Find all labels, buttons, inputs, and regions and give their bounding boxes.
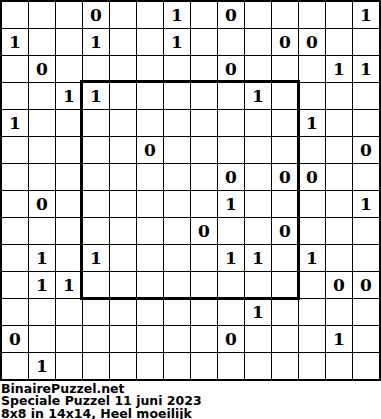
cell-r7c10[interactable] bbox=[245, 164, 271, 190]
cell-r7c5[interactable] bbox=[110, 164, 136, 190]
cell-r11c7[interactable] bbox=[164, 272, 190, 298]
cell-r2c4: 1 bbox=[83, 29, 109, 55]
cell-r6c13[interactable] bbox=[326, 137, 352, 163]
cell-r13c11[interactable] bbox=[272, 326, 298, 352]
cell-r9c3[interactable] bbox=[56, 218, 82, 244]
cell-r10c12: 1 bbox=[299, 245, 325, 271]
cell-r9c8: 0 bbox=[191, 218, 217, 244]
cell-r12c2[interactable] bbox=[29, 299, 55, 325]
cell-r11c11[interactable] bbox=[272, 272, 298, 298]
cell-r5c10[interactable] bbox=[245, 110, 271, 136]
cell-r14c14[interactable] bbox=[353, 353, 379, 379]
cell-r12c6[interactable] bbox=[137, 299, 163, 325]
cell-r11c9[interactable] bbox=[218, 272, 244, 298]
cell-r12c1[interactable] bbox=[2, 299, 28, 325]
cell-r7c14[interactable] bbox=[353, 164, 379, 190]
cell-r6c6: 0 bbox=[137, 137, 163, 163]
cell-r14c9[interactable] bbox=[218, 353, 244, 379]
cell-r9c12[interactable] bbox=[299, 218, 325, 244]
cell-r7c9: 0 bbox=[218, 164, 244, 190]
cell-r12c8[interactable] bbox=[191, 299, 217, 325]
cell-r13c12[interactable] bbox=[299, 326, 325, 352]
cell-r11c2: 1 bbox=[29, 272, 55, 298]
cell-r9c4[interactable] bbox=[83, 218, 109, 244]
cell-r11c6[interactable] bbox=[137, 272, 163, 298]
cell-r1c4: 0 bbox=[83, 2, 109, 28]
cell-r8c11[interactable] bbox=[272, 191, 298, 217]
cell-r4c5[interactable] bbox=[110, 83, 136, 109]
cell-r2c10[interactable] bbox=[245, 29, 271, 55]
cell-r5c7[interactable] bbox=[164, 110, 190, 136]
cell-r10c8[interactable] bbox=[191, 245, 217, 271]
cell-r8c7[interactable] bbox=[164, 191, 190, 217]
cell-r3c8[interactable] bbox=[191, 56, 217, 82]
puzzle-page: 0101111000011111110000001100111111100100… bbox=[0, 0, 381, 419]
cell-r2c3[interactable] bbox=[56, 29, 82, 55]
cell-r11c8[interactable] bbox=[191, 272, 217, 298]
cell-r1c11[interactable] bbox=[272, 2, 298, 28]
cell-r2c14[interactable] bbox=[353, 29, 379, 55]
cell-r8c3[interactable] bbox=[56, 191, 82, 217]
cell-r2c12: 0 bbox=[299, 29, 325, 55]
cell-r6c12[interactable] bbox=[299, 137, 325, 163]
cell-r12c7[interactable] bbox=[164, 299, 190, 325]
cell-r1c12[interactable] bbox=[299, 2, 325, 28]
cell-r10c4: 1 bbox=[83, 245, 109, 271]
cell-r13c14[interactable] bbox=[353, 326, 379, 352]
cell-r1c2[interactable] bbox=[29, 2, 55, 28]
cell-r7c7[interactable] bbox=[164, 164, 190, 190]
cell-r8c12[interactable] bbox=[299, 191, 325, 217]
cell-r4c9[interactable] bbox=[218, 83, 244, 109]
cell-r5c5[interactable] bbox=[110, 110, 136, 136]
cell-r9c10[interactable] bbox=[245, 218, 271, 244]
cell-r7c4[interactable] bbox=[83, 164, 109, 190]
cell-r8c8[interactable] bbox=[191, 191, 217, 217]
cell-r8c14: 1 bbox=[353, 191, 379, 217]
cell-r1c9: 0 bbox=[218, 2, 244, 28]
cell-r3c6[interactable] bbox=[137, 56, 163, 82]
cell-r5c2[interactable] bbox=[29, 110, 55, 136]
puzzle-board: 0101111000011111110000001100111111100100… bbox=[0, 0, 381, 381]
cell-r9c14[interactable] bbox=[353, 218, 379, 244]
cell-r11c3: 1 bbox=[56, 272, 82, 298]
cell-r1c7: 1 bbox=[164, 2, 190, 28]
cell-r4c12[interactable] bbox=[299, 83, 325, 109]
cell-r13c8[interactable] bbox=[191, 326, 217, 352]
cell-r6c7[interactable] bbox=[164, 137, 190, 163]
cell-r5c4[interactable] bbox=[83, 110, 109, 136]
cell-r3c1[interactable] bbox=[2, 56, 28, 82]
cell-r1c1[interactable] bbox=[2, 2, 28, 28]
cell-r11c5[interactable] bbox=[110, 272, 136, 298]
cell-r14c10[interactable] bbox=[245, 353, 271, 379]
cell-r13c9: 0 bbox=[218, 326, 244, 352]
cell-r11c4[interactable] bbox=[83, 272, 109, 298]
cell-r6c3[interactable] bbox=[56, 137, 82, 163]
cell-r7c12: 0 bbox=[299, 164, 325, 190]
cell-r6c5[interactable] bbox=[110, 137, 136, 163]
cell-r6c2[interactable] bbox=[29, 137, 55, 163]
cell-r6c10[interactable] bbox=[245, 137, 271, 163]
cell-r6c8[interactable] bbox=[191, 137, 217, 163]
cell-r1c6[interactable] bbox=[137, 2, 163, 28]
cell-r14c5[interactable] bbox=[110, 353, 136, 379]
cell-r5c14[interactable] bbox=[353, 110, 379, 136]
puzzle-info: 8x8 in 14x14, Heel moeilijk bbox=[1, 408, 381, 419]
cell-r12c14[interactable] bbox=[353, 299, 379, 325]
cell-r12c4[interactable] bbox=[83, 299, 109, 325]
cell-r2c9[interactable] bbox=[218, 29, 244, 55]
cell-r2c5[interactable] bbox=[110, 29, 136, 55]
cell-r5c9[interactable] bbox=[218, 110, 244, 136]
cell-r7c1[interactable] bbox=[2, 164, 28, 190]
cell-r1c13[interactable] bbox=[326, 2, 352, 28]
cell-r10c13[interactable] bbox=[326, 245, 352, 271]
cell-r1c8[interactable] bbox=[191, 2, 217, 28]
cell-r8c10[interactable] bbox=[245, 191, 271, 217]
cell-r8c1[interactable] bbox=[2, 191, 28, 217]
cell-r8c4[interactable] bbox=[83, 191, 109, 217]
footer-caption: BinairePuzzel.net Speciale Puzzel 11 jun… bbox=[0, 381, 381, 419]
cell-r10c11[interactable] bbox=[272, 245, 298, 271]
cell-r4c7[interactable] bbox=[164, 83, 190, 109]
cell-r14c2: 1 bbox=[29, 353, 55, 379]
cell-r1c10[interactable] bbox=[245, 2, 271, 28]
cell-r3c5[interactable] bbox=[110, 56, 136, 82]
cell-r13c5[interactable] bbox=[110, 326, 136, 352]
cell-r4c8[interactable] bbox=[191, 83, 217, 109]
cell-r13c3[interactable] bbox=[56, 326, 82, 352]
cell-r14c6[interactable] bbox=[137, 353, 163, 379]
cell-r4c10: 1 bbox=[245, 83, 271, 109]
cell-r10c3[interactable] bbox=[56, 245, 82, 271]
cell-r6c1[interactable] bbox=[2, 137, 28, 163]
cell-r10c6[interactable] bbox=[137, 245, 163, 271]
cell-r11c1[interactable] bbox=[2, 272, 28, 298]
cell-r8c5[interactable] bbox=[110, 191, 136, 217]
cell-r13c10[interactable] bbox=[245, 326, 271, 352]
cell-r6c11[interactable] bbox=[272, 137, 298, 163]
cell-r13c13: 1 bbox=[326, 326, 352, 352]
cell-r8c13[interactable] bbox=[326, 191, 352, 217]
cell-r6c9[interactable] bbox=[218, 137, 244, 163]
cell-r11c13: 0 bbox=[326, 272, 352, 298]
cell-r5c1: 1 bbox=[2, 110, 28, 136]
cell-r5c6[interactable] bbox=[137, 110, 163, 136]
cell-r5c13[interactable] bbox=[326, 110, 352, 136]
cell-r10c9: 1 bbox=[218, 245, 244, 271]
cell-r13c1: 0 bbox=[2, 326, 28, 352]
cell-r1c5[interactable] bbox=[110, 2, 136, 28]
cell-r12c3[interactable] bbox=[56, 299, 82, 325]
cell-r9c7[interactable] bbox=[164, 218, 190, 244]
cell-r5c8[interactable] bbox=[191, 110, 217, 136]
cell-r14c13[interactable] bbox=[326, 353, 352, 379]
cell-r12c5[interactable] bbox=[110, 299, 136, 325]
cell-r12c11[interactable] bbox=[272, 299, 298, 325]
cell-r7c8[interactable] bbox=[191, 164, 217, 190]
cell-r5c12: 1 bbox=[299, 110, 325, 136]
cell-r6c14: 0 bbox=[353, 137, 379, 163]
cell-r10c5[interactable] bbox=[110, 245, 136, 271]
cell-r9c2[interactable] bbox=[29, 218, 55, 244]
cell-r4c14[interactable] bbox=[353, 83, 379, 109]
cell-r8c2: 0 bbox=[29, 191, 55, 217]
cell-r9c6[interactable] bbox=[137, 218, 163, 244]
cell-r2c13[interactable] bbox=[326, 29, 352, 55]
cell-r14c3[interactable] bbox=[56, 353, 82, 379]
cell-r13c6[interactable] bbox=[137, 326, 163, 352]
cell-r9c13[interactable] bbox=[326, 218, 352, 244]
cell-r2c11: 0 bbox=[272, 29, 298, 55]
cell-r14c1[interactable] bbox=[2, 353, 28, 379]
cell-r2c7: 1 bbox=[164, 29, 190, 55]
cell-r11c12[interactable] bbox=[299, 272, 325, 298]
cell-r10c2: 1 bbox=[29, 245, 55, 271]
cell-r11c10[interactable] bbox=[245, 272, 271, 298]
cell-r12c12[interactable] bbox=[299, 299, 325, 325]
cell-r3c4[interactable] bbox=[83, 56, 109, 82]
cell-r8c6[interactable] bbox=[137, 191, 163, 217]
cell-r14c4[interactable] bbox=[83, 353, 109, 379]
cell-r9c11: 0 bbox=[272, 218, 298, 244]
cell-r13c2[interactable] bbox=[29, 326, 55, 352]
cell-r9c5[interactable] bbox=[110, 218, 136, 244]
cell-r3c11[interactable] bbox=[272, 56, 298, 82]
cell-r4c1[interactable] bbox=[2, 83, 28, 109]
cell-r4c6[interactable] bbox=[137, 83, 163, 109]
cell-r4c2[interactable] bbox=[29, 83, 55, 109]
cell-r4c3: 1 bbox=[56, 83, 82, 109]
cell-r14c11[interactable] bbox=[272, 353, 298, 379]
cell-r12c9[interactable] bbox=[218, 299, 244, 325]
cell-r2c2[interactable] bbox=[29, 29, 55, 55]
cell-r3c13: 1 bbox=[326, 56, 352, 82]
cell-r7c13[interactable] bbox=[326, 164, 352, 190]
cell-r9c9[interactable] bbox=[218, 218, 244, 244]
cell-r3c9: 0 bbox=[218, 56, 244, 82]
cell-r9c1[interactable] bbox=[2, 218, 28, 244]
cell-r3c2: 0 bbox=[29, 56, 55, 82]
cell-r7c3[interactable] bbox=[56, 164, 82, 190]
cell-r3c7[interactable] bbox=[164, 56, 190, 82]
cell-r2c6[interactable] bbox=[137, 29, 163, 55]
cell-r3c12[interactable] bbox=[299, 56, 325, 82]
cell-r13c4[interactable] bbox=[83, 326, 109, 352]
cell-r12c13[interactable] bbox=[326, 299, 352, 325]
cell-r2c8[interactable] bbox=[191, 29, 217, 55]
cell-r7c6[interactable] bbox=[137, 164, 163, 190]
cell-r1c14: 1 bbox=[353, 2, 379, 28]
cell-r3c10[interactable] bbox=[245, 56, 271, 82]
cell-r7c2[interactable] bbox=[29, 164, 55, 190]
cell-r12c10: 1 bbox=[245, 299, 271, 325]
cell-r5c3[interactable] bbox=[56, 110, 82, 136]
cell-r7c11: 0 bbox=[272, 164, 298, 190]
cell-r3c3[interactable] bbox=[56, 56, 82, 82]
cell-r10c1[interactable] bbox=[2, 245, 28, 271]
cell-r5c11[interactable] bbox=[272, 110, 298, 136]
cell-r4c11[interactable] bbox=[272, 83, 298, 109]
cell-r10c14[interactable] bbox=[353, 245, 379, 271]
cell-r4c4: 1 bbox=[83, 83, 109, 109]
cell-r2c1: 1 bbox=[2, 29, 28, 55]
cell-r10c10: 1 bbox=[245, 245, 271, 271]
cell-r13c7[interactable] bbox=[164, 326, 190, 352]
cell-r11c14: 0 bbox=[353, 272, 379, 298]
cell-r1c3[interactable] bbox=[56, 2, 82, 28]
cell-r14c12[interactable] bbox=[299, 353, 325, 379]
cell-r8c9: 1 bbox=[218, 191, 244, 217]
cell-r4c13[interactable] bbox=[326, 83, 352, 109]
cell-r14c8[interactable] bbox=[191, 353, 217, 379]
cell-r10c7[interactable] bbox=[164, 245, 190, 271]
cell-r6c4[interactable] bbox=[83, 137, 109, 163]
cell-r14c7[interactable] bbox=[164, 353, 190, 379]
cell-r3c14: 1 bbox=[353, 56, 379, 82]
